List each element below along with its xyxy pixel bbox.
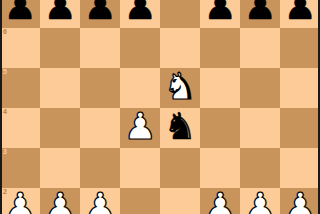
square-e3[interactable] <box>160 148 200 188</box>
square-h7[interactable]: ♟ <box>280 0 320 28</box>
square-b6[interactable] <box>40 28 80 68</box>
square-f3[interactable] <box>200 148 240 188</box>
square-c3[interactable] <box>80 148 120 188</box>
square-b2[interactable]: ♟ <box>40 188 80 214</box>
square-e6[interactable] <box>160 28 200 68</box>
square-g5[interactable] <box>240 68 280 108</box>
square-b3[interactable] <box>40 148 80 188</box>
square-h2[interactable]: ♟ <box>280 188 320 214</box>
square-f5[interactable] <box>200 68 240 108</box>
square-f6[interactable] <box>200 28 240 68</box>
square-c7[interactable]: ♟ <box>80 0 120 28</box>
rank-label-4: 4 <box>3 108 7 116</box>
square-d5[interactable] <box>120 68 160 108</box>
square-a3[interactable]: 3 <box>0 148 40 188</box>
square-d3[interactable] <box>120 148 160 188</box>
square-h4[interactable] <box>280 108 320 148</box>
white-pawn-h2[interactable]: ♟ <box>283 187 316 214</box>
square-c5[interactable] <box>80 68 120 108</box>
square-g4[interactable] <box>240 108 280 148</box>
square-d7[interactable]: ♟ <box>120 0 160 28</box>
square-g7[interactable]: ♟ <box>240 0 280 28</box>
white-pawn-d4[interactable]: ♟ <box>123 107 156 147</box>
square-h6[interactable] <box>280 28 320 68</box>
board-left-border <box>0 0 2 214</box>
white-pawn-f2[interactable]: ♟ <box>203 187 236 214</box>
rank-label-6: 6 <box>3 28 7 36</box>
white-pawn-g2[interactable]: ♟ <box>243 187 276 214</box>
white-knight-e5[interactable]: ♞ <box>163 67 196 107</box>
square-d6[interactable] <box>120 28 160 68</box>
square-f4[interactable] <box>200 108 240 148</box>
black-pawn-d7[interactable]: ♟ <box>123 0 156 27</box>
square-e7[interactable] <box>160 0 200 28</box>
square-b7[interactable]: ♟ <box>40 0 80 28</box>
square-c4[interactable] <box>80 108 120 148</box>
black-pawn-a7[interactable]: ♟ <box>3 0 36 27</box>
square-b5[interactable] <box>40 68 80 108</box>
square-e2[interactable] <box>160 188 200 214</box>
square-f7[interactable]: ♟ <box>200 0 240 28</box>
square-c2[interactable]: ♟ <box>80 188 120 214</box>
square-a6[interactable]: 6 <box>0 28 40 68</box>
chess-diagram: ♟♟♟♟♟♟♟65♞4♟♞32♟♟♟♟♟♟ <box>0 0 320 214</box>
square-a4[interactable]: 4 <box>0 108 40 148</box>
square-a2[interactable]: 2♟ <box>0 188 40 214</box>
square-h3[interactable] <box>280 148 320 188</box>
square-a7[interactable]: ♟ <box>0 0 40 28</box>
white-pawn-b2[interactable]: ♟ <box>43 187 76 214</box>
square-e4[interactable]: ♞ <box>160 108 200 148</box>
white-pawn-a2[interactable]: ♟ <box>3 187 36 214</box>
square-g6[interactable] <box>240 28 280 68</box>
square-d2[interactable] <box>120 188 160 214</box>
black-pawn-f7[interactable]: ♟ <box>203 0 236 27</box>
square-e5[interactable]: ♞ <box>160 68 200 108</box>
black-pawn-c7[interactable]: ♟ <box>83 0 116 27</box>
white-pawn-c2[interactable]: ♟ <box>83 187 116 214</box>
black-pawn-b7[interactable]: ♟ <box>43 0 76 27</box>
square-c6[interactable] <box>80 28 120 68</box>
rank-label-5: 5 <box>3 68 7 76</box>
rank-label-3: 3 <box>3 148 7 156</box>
square-g3[interactable] <box>240 148 280 188</box>
square-g2[interactable]: ♟ <box>240 188 280 214</box>
square-f2[interactable]: ♟ <box>200 188 240 214</box>
square-d4[interactable]: ♟ <box>120 108 160 148</box>
black-knight-e4[interactable]: ♞ <box>163 107 196 147</box>
black-pawn-g7[interactable]: ♟ <box>243 0 276 27</box>
chess-board: ♟♟♟♟♟♟♟65♞4♟♞32♟♟♟♟♟♟ <box>0 0 320 214</box>
black-pawn-h7[interactable]: ♟ <box>283 0 316 27</box>
square-b4[interactable] <box>40 108 80 148</box>
square-a5[interactable]: 5 <box>0 68 40 108</box>
square-h5[interactable] <box>280 68 320 108</box>
